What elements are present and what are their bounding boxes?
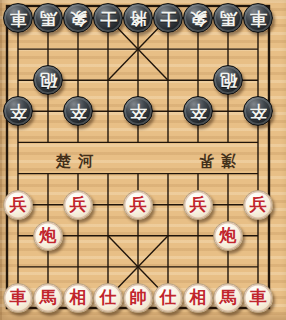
piece-red-chariot[interactable]: 車 [3,283,33,313]
red-soldier-glyph: 兵 [70,196,87,213]
red-chariot-glyph: 車 [10,289,27,306]
black-elephant-glyph: 象 [190,10,207,27]
black-soldier-glyph: 卒 [190,103,207,120]
piece-black-advisor[interactable]: 士 [153,3,183,33]
red-soldier-glyph: 兵 [10,196,27,213]
red-elephant-glyph: 相 [70,289,87,306]
piece-red-soldier[interactable]: 兵 [3,190,33,220]
black-advisor-glyph: 士 [100,10,117,27]
black-general-glyph: 將 [130,10,147,27]
piece-red-advisor[interactable]: 仕 [93,283,123,313]
piece-red-soldier[interactable]: 兵 [243,190,273,220]
black-soldier-glyph: 卒 [10,103,27,120]
piece-black-chariot[interactable]: 車 [243,3,273,33]
piece-black-soldier[interactable]: 卒 [183,96,213,126]
piece-red-advisor[interactable]: 仕 [153,283,183,313]
piece-black-cannon[interactable]: 砲 [213,65,243,95]
black-soldier-glyph: 卒 [250,103,267,120]
piece-red-horse[interactable]: 馬 [33,283,63,313]
piece-red-elephant[interactable]: 相 [183,283,213,313]
piece-black-general[interactable]: 將 [123,3,153,33]
piece-black-cannon[interactable]: 砲 [33,65,63,95]
piece-black-elephant[interactable]: 象 [63,3,93,33]
piece-red-soldier[interactable]: 兵 [123,190,153,220]
piece-black-soldier[interactable]: 卒 [63,96,93,126]
red-elephant-glyph: 相 [190,289,207,306]
black-cannon-glyph: 砲 [40,72,57,89]
black-chariot-glyph: 車 [250,10,267,27]
piece-black-chariot[interactable]: 車 [3,3,33,33]
red-soldier-glyph: 兵 [130,196,147,213]
piece-red-soldier[interactable]: 兵 [183,190,213,220]
black-soldier-glyph: 卒 [130,103,147,120]
red-chariot-glyph: 車 [250,289,267,306]
red-cannon-glyph: 炮 [220,227,237,244]
piece-black-advisor[interactable]: 士 [93,3,123,33]
piece-red-cannon[interactable]: 炮 [33,221,63,251]
red-cannon-glyph: 炮 [40,227,57,244]
piece-red-horse[interactable]: 馬 [213,283,243,313]
black-soldier-glyph: 卒 [70,103,87,120]
piece-black-horse[interactable]: 馬 [33,3,63,33]
piece-black-elephant[interactable]: 象 [183,3,213,33]
red-horse-glyph: 馬 [220,289,237,306]
piece-black-soldier[interactable]: 卒 [123,96,153,126]
red-soldier-glyph: 兵 [250,196,267,213]
black-chariot-glyph: 車 [10,10,27,27]
piece-red-chariot[interactable]: 車 [243,283,273,313]
piece-red-general[interactable]: 帥 [123,283,153,313]
red-advisor-glyph: 仕 [160,289,177,306]
piece-red-cannon[interactable]: 炮 [213,221,243,251]
piece-red-soldier[interactable]: 兵 [63,190,93,220]
black-horse-glyph: 馬 [220,10,237,27]
black-elephant-glyph: 象 [70,10,87,27]
piece-red-elephant[interactable]: 相 [63,283,93,313]
red-advisor-glyph: 仕 [100,289,117,306]
piece-grid[interactable]: 車馬象士將士象馬車砲砲卒卒卒卒卒兵兵兵兵兵炮炮車馬相仕帥仕相馬車 [3,3,273,314]
piece-black-horse[interactable]: 馬 [213,3,243,33]
red-horse-glyph: 馬 [40,289,57,306]
black-advisor-glyph: 士 [160,10,177,27]
red-general-glyph: 帥 [130,289,147,306]
black-cannon-glyph: 砲 [220,72,237,89]
black-horse-glyph: 馬 [40,10,57,27]
piece-black-soldier[interactable]: 卒 [3,96,33,126]
xiangqi-board[interactable]: 楚河 漢界 車馬象士將士象馬車砲砲卒卒卒卒卒兵兵兵兵兵炮炮車馬相仕帥仕相馬車 [0,0,286,320]
red-soldier-glyph: 兵 [190,196,207,213]
piece-black-soldier[interactable]: 卒 [243,96,273,126]
